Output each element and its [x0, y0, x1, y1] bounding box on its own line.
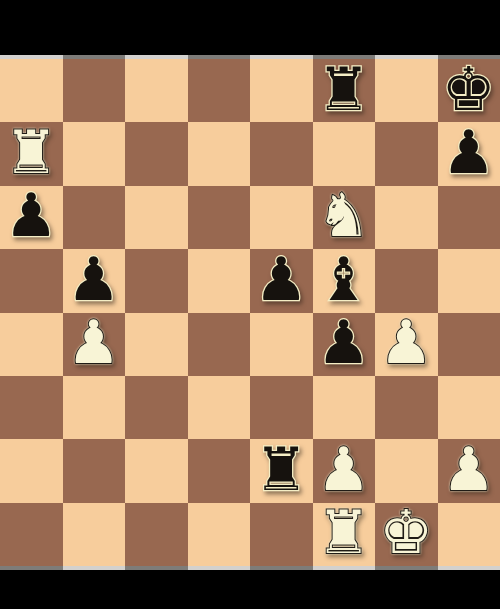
square-h3[interactable] — [438, 376, 500, 439]
square-g6[interactable] — [375, 186, 438, 249]
piece-white-pawn[interactable]: ♟ — [442, 439, 496, 499]
square-d1[interactable] — [188, 503, 251, 566]
square-c7[interactable] — [125, 122, 188, 185]
edge-cell — [188, 566, 251, 570]
piece-white-pawn[interactable]: ♟ — [67, 312, 121, 372]
square-b2[interactable] — [63, 439, 126, 502]
piece-black-pawn[interactable]: ♟ — [254, 249, 308, 309]
square-g5[interactable] — [375, 249, 438, 312]
square-c8[interactable] — [125, 59, 188, 122]
top-letterbox — [0, 0, 500, 55]
square-a8[interactable] — [0, 59, 63, 122]
square-h1[interactable] — [438, 503, 500, 566]
piece-black-pawn[interactable]: ♟ — [67, 249, 121, 309]
edge-cell — [250, 566, 313, 570]
piece-white-king[interactable]: ♚ — [379, 503, 433, 563]
square-h6[interactable] — [438, 186, 500, 249]
chess-board: ♜♚♜♟♟♞♟♟♝♟♟♟♜♟♟♜♚ — [0, 59, 500, 566]
square-f2[interactable]: ♟ — [313, 439, 376, 502]
edge-cell — [125, 566, 188, 570]
square-a1[interactable] — [0, 503, 63, 566]
square-e7[interactable] — [250, 122, 313, 185]
square-a2[interactable] — [0, 439, 63, 502]
square-b4[interactable]: ♟ — [63, 313, 126, 376]
square-e3[interactable] — [250, 376, 313, 439]
square-c6[interactable] — [125, 186, 188, 249]
square-h7[interactable]: ♟ — [438, 122, 500, 185]
square-f1[interactable]: ♜ — [313, 503, 376, 566]
piece-white-rook[interactable]: ♜ — [317, 503, 371, 563]
square-e2[interactable]: ♜ — [250, 439, 313, 502]
square-b7[interactable] — [63, 122, 126, 185]
square-e6[interactable] — [250, 186, 313, 249]
square-c4[interactable] — [125, 313, 188, 376]
edge-cell — [438, 566, 500, 570]
square-e4[interactable] — [250, 313, 313, 376]
square-g4[interactable]: ♟ — [375, 313, 438, 376]
edge-cell — [63, 566, 126, 570]
piece-black-pawn[interactable]: ♟ — [317, 312, 371, 372]
square-d4[interactable] — [188, 313, 251, 376]
piece-white-pawn[interactable]: ♟ — [379, 312, 433, 372]
square-f7[interactable] — [313, 122, 376, 185]
square-f3[interactable] — [313, 376, 376, 439]
bottom-letterbox — [0, 570, 500, 609]
square-g8[interactable] — [375, 59, 438, 122]
square-f8[interactable]: ♜ — [313, 59, 376, 122]
square-d3[interactable] — [188, 376, 251, 439]
square-b8[interactable] — [63, 59, 126, 122]
square-c1[interactable] — [125, 503, 188, 566]
square-b5[interactable]: ♟ — [63, 249, 126, 312]
square-d5[interactable] — [188, 249, 251, 312]
square-b6[interactable] — [63, 186, 126, 249]
square-g1[interactable]: ♚ — [375, 503, 438, 566]
piece-white-pawn[interactable]: ♟ — [317, 439, 371, 499]
piece-white-rook[interactable]: ♜ — [4, 122, 58, 182]
piece-black-king[interactable]: ♚ — [442, 59, 496, 119]
square-a4[interactable] — [0, 313, 63, 376]
square-e8[interactable] — [250, 59, 313, 122]
square-a6[interactable]: ♟ — [0, 186, 63, 249]
square-g2[interactable] — [375, 439, 438, 502]
piece-black-pawn[interactable]: ♟ — [442, 122, 496, 182]
square-a3[interactable] — [0, 376, 63, 439]
square-g7[interactable] — [375, 122, 438, 185]
edge-cell — [0, 566, 63, 570]
square-c5[interactable] — [125, 249, 188, 312]
piece-white-knight[interactable]: ♞ — [317, 186, 371, 246]
square-e1[interactable] — [250, 503, 313, 566]
square-d7[interactable] — [188, 122, 251, 185]
square-h5[interactable] — [438, 249, 500, 312]
square-d2[interactable] — [188, 439, 251, 502]
square-b3[interactable] — [63, 376, 126, 439]
square-c3[interactable] — [125, 376, 188, 439]
square-f6[interactable]: ♞ — [313, 186, 376, 249]
square-g3[interactable] — [375, 376, 438, 439]
piece-black-pawn[interactable]: ♟ — [4, 186, 58, 246]
square-e5[interactable]: ♟ — [250, 249, 313, 312]
chess-app-canvas: ♜♚♜♟♟♞♟♟♝♟♟♟♜♟♟♜♚ — [0, 0, 500, 609]
piece-black-rook[interactable]: ♜ — [254, 439, 308, 499]
piece-black-bishop[interactable]: ♝ — [317, 249, 371, 309]
square-a7[interactable]: ♜ — [0, 122, 63, 185]
square-h2[interactable]: ♟ — [438, 439, 500, 502]
square-h4[interactable] — [438, 313, 500, 376]
square-c2[interactable] — [125, 439, 188, 502]
square-h8[interactable]: ♚ — [438, 59, 500, 122]
square-d6[interactable] — [188, 186, 251, 249]
square-b1[interactable] — [63, 503, 126, 566]
square-f4[interactable]: ♟ — [313, 313, 376, 376]
square-d8[interactable] — [188, 59, 251, 122]
square-a5[interactable] — [0, 249, 63, 312]
square-f5[interactable]: ♝ — [313, 249, 376, 312]
piece-black-rook[interactable]: ♜ — [317, 59, 371, 119]
